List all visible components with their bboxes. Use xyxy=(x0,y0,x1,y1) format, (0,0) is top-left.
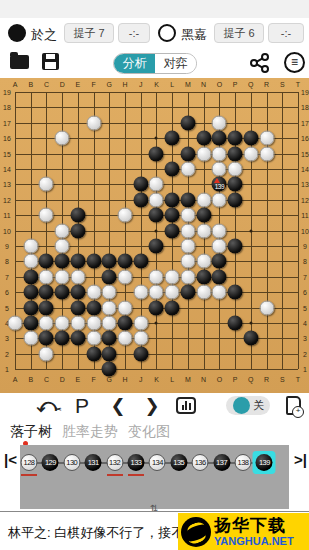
white-stone[interactable] xyxy=(86,316,101,331)
row-label-right: 1 xyxy=(303,366,307,373)
jump-first-button[interactable]: |< xyxy=(4,451,17,468)
col-label-top: S xyxy=(280,81,285,88)
black-stone[interactable] xyxy=(228,146,243,161)
col-label-top: R xyxy=(264,81,269,88)
white-stone[interactable] xyxy=(149,285,164,300)
white-stone[interactable] xyxy=(133,316,148,331)
black-stone[interactable] xyxy=(86,254,101,269)
black-stone[interactable] xyxy=(180,146,195,161)
watermark-en-text: YANGHUA.NET xyxy=(214,535,294,547)
black-stone[interactable] xyxy=(196,131,211,146)
move-node-130[interactable]: 130 xyxy=(63,454,80,471)
row-label-right: 14 xyxy=(301,166,309,173)
undo-cut-icon[interactable]: ⤺✂ xyxy=(36,393,62,418)
black-stone[interactable] xyxy=(102,362,117,377)
black-stone[interactable] xyxy=(149,208,164,223)
move-node-139[interactable]: 139 xyxy=(256,454,273,471)
row-label-right: 4 xyxy=(303,320,307,327)
black-stone[interactable] xyxy=(228,285,243,300)
tab-move-tree[interactable]: 落子树 xyxy=(10,423,52,441)
move-node-133[interactable]: 133 xyxy=(128,454,145,471)
row-label-right: 8 xyxy=(303,258,307,265)
white-stone[interactable] xyxy=(55,239,70,254)
black-captures-box: 提子 7 xyxy=(64,23,114,43)
white-stone[interactable] xyxy=(228,162,243,177)
black-stone[interactable] xyxy=(23,300,38,315)
star-point xyxy=(155,322,158,325)
row-label-right: 19 xyxy=(301,89,309,96)
white-stone[interactable] xyxy=(196,223,211,238)
row-label-right: 2 xyxy=(303,350,307,357)
row-label-left: 18 xyxy=(3,104,11,111)
black-stone[interactable] xyxy=(149,300,164,315)
black-stone[interactable] xyxy=(102,346,117,361)
black-stone[interactable] xyxy=(133,254,148,269)
black-captures-text: 提子 7 xyxy=(73,26,104,41)
black-stone[interactable] xyxy=(228,192,243,207)
row-label-right: 9 xyxy=(303,243,307,250)
black-stone[interactable] xyxy=(118,316,133,331)
row-label-left: 7 xyxy=(5,273,9,280)
black-stone[interactable] xyxy=(180,285,195,300)
col-label-bottom: F xyxy=(91,376,95,383)
last-move-number: 139 xyxy=(215,184,224,191)
black-stone[interactable] xyxy=(228,239,243,254)
row-label-left: 3 xyxy=(5,335,9,342)
col-label-bottom: L xyxy=(170,376,174,383)
row-label-right: 15 xyxy=(301,150,309,157)
black-stone[interactable] xyxy=(70,331,85,346)
black-stone[interactable] xyxy=(23,269,38,284)
black-stone[interactable] xyxy=(133,192,148,207)
black-stone[interactable] xyxy=(133,346,148,361)
white-stone[interactable] xyxy=(212,223,227,238)
col-label-bottom: B xyxy=(28,376,33,383)
white-stone[interactable] xyxy=(133,285,148,300)
row-label-left: 16 xyxy=(3,135,11,142)
row-label-left: 9 xyxy=(5,243,9,250)
move-node-138[interactable]: 138 xyxy=(235,454,252,471)
next-move-button[interactable]: ❯ xyxy=(142,393,162,418)
black-stone[interactable] xyxy=(86,346,101,361)
black-stone[interactable] xyxy=(133,177,148,192)
black-stone[interactable] xyxy=(102,254,117,269)
col-label-top: C xyxy=(44,81,49,88)
white-stone[interactable] xyxy=(180,162,195,177)
white-stone[interactable] xyxy=(39,177,54,192)
black-stone[interactable] xyxy=(102,269,117,284)
white-stone[interactable] xyxy=(149,269,164,284)
col-label-bottom: M xyxy=(185,376,191,383)
black-stone[interactable] xyxy=(70,208,85,223)
white-stone[interactable] xyxy=(180,254,195,269)
white-stone[interactable] xyxy=(243,146,258,161)
black-stone[interactable] xyxy=(180,192,195,207)
black-stone[interactable] xyxy=(118,254,133,269)
share-icon[interactable] xyxy=(250,53,270,73)
move-node-129[interactable]: 129 xyxy=(42,454,59,471)
row-label-right: 12 xyxy=(301,196,309,203)
row-label-left: 12 xyxy=(3,196,11,203)
col-label-bottom: T xyxy=(296,376,300,383)
white-captures-box: 提子 6 xyxy=(214,23,264,43)
col-label-bottom: H xyxy=(123,376,128,383)
white-stone[interactable] xyxy=(39,316,54,331)
row-label-left: 13 xyxy=(3,181,11,188)
player-bar: 於之 提子 7 -:- 黑嘉 提子 6 -:- xyxy=(0,18,309,48)
row-label-right: 18 xyxy=(301,104,309,111)
black-stone[interactable] xyxy=(55,285,70,300)
col-label-bottom: P xyxy=(233,376,238,383)
white-timer: -:- xyxy=(268,23,304,43)
move-node-131[interactable]: 131 xyxy=(85,454,102,471)
black-stone[interactable] xyxy=(55,331,70,346)
black-stone[interactable] xyxy=(212,254,227,269)
black-player-stone-icon xyxy=(8,24,26,42)
chart-icon[interactable] xyxy=(176,397,196,414)
white-stone[interactable] xyxy=(39,208,54,223)
black-stone[interactable] xyxy=(70,300,85,315)
file-toolbar: 分析 对弈 ≡ xyxy=(0,48,309,78)
col-label-top: Q xyxy=(248,81,253,88)
toggle-knob xyxy=(233,397,250,414)
row-label-left: 10 xyxy=(3,227,11,234)
white-player-stone-icon xyxy=(158,24,176,42)
white-stone[interactable] xyxy=(212,285,227,300)
row-label-right: 7 xyxy=(303,273,307,280)
row-label-left: 2 xyxy=(5,350,9,357)
bottom-tabs: 落子树 胜率走势 变化图 xyxy=(0,418,309,445)
black-stone[interactable] xyxy=(70,285,85,300)
col-label-top: A xyxy=(13,81,18,88)
col-label-top: J xyxy=(139,81,143,88)
move-annotation-underline xyxy=(107,474,123,476)
row-label-right: 11 xyxy=(301,212,308,219)
row-label-left: 1 xyxy=(5,366,9,373)
row-label-right: 13 xyxy=(301,181,309,188)
white-stone[interactable] xyxy=(180,269,195,284)
jump-last-button[interactable]: >| xyxy=(294,451,307,468)
row-label-left: 11 xyxy=(3,212,10,219)
black-timer: -:- xyxy=(118,23,150,43)
row-label-right: 10 xyxy=(301,227,309,234)
col-label-top: F xyxy=(91,81,95,88)
col-label-bottom: E xyxy=(76,376,81,383)
watermark: 扬华下载 YANGHUA.NET xyxy=(178,513,309,550)
white-stone[interactable] xyxy=(102,316,117,331)
black-stone[interactable] xyxy=(196,269,211,284)
move-node-134[interactable]: 134 xyxy=(149,454,166,471)
black-stone[interactable] xyxy=(70,254,85,269)
col-label-bottom: O xyxy=(217,376,222,383)
col-label-top: T xyxy=(296,81,300,88)
tab-winrate-trend[interactable]: 胜率走势 xyxy=(62,423,118,441)
col-label-top: L xyxy=(170,81,174,88)
white-stone[interactable] xyxy=(23,239,38,254)
move-node-132[interactable]: 132 xyxy=(106,454,123,471)
black-stone[interactable] xyxy=(165,192,180,207)
white-stone[interactable] xyxy=(118,208,133,223)
black-stone[interactable] xyxy=(23,316,38,331)
white-stone[interactable] xyxy=(212,239,227,254)
white-stone[interactable] xyxy=(23,254,38,269)
black-stone[interactable] xyxy=(165,223,180,238)
col-label-top: D xyxy=(60,81,65,88)
white-stone[interactable] xyxy=(118,331,133,346)
black-stone[interactable] xyxy=(70,223,85,238)
row-label-left: 15 xyxy=(3,150,11,157)
white-stone[interactable] xyxy=(212,146,227,161)
white-stone[interactable] xyxy=(165,285,180,300)
black-stone[interactable] xyxy=(228,131,243,146)
col-label-bottom: Q xyxy=(248,376,253,383)
black-stone[interactable] xyxy=(228,177,243,192)
white-stone[interactable] xyxy=(196,285,211,300)
col-label-top: O xyxy=(217,81,222,88)
status-bar xyxy=(0,0,309,18)
move-node-136[interactable]: 136 xyxy=(192,454,209,471)
col-label-bottom: J xyxy=(139,376,143,383)
star-point xyxy=(249,229,252,232)
white-stone[interactable] xyxy=(133,331,148,346)
row-label-left: 8 xyxy=(5,258,9,265)
go-board[interactable]: AABBCCDDEEFFGGHHJJKKLLMMNNOOPPQQRRSSTT19… xyxy=(0,78,309,393)
row-label-right: 5 xyxy=(303,304,307,311)
black-stone[interactable] xyxy=(55,254,70,269)
white-stone[interactable] xyxy=(86,285,101,300)
black-stone[interactable] xyxy=(165,162,180,177)
black-stone[interactable] xyxy=(39,254,54,269)
black-stone[interactable] xyxy=(180,115,195,130)
row-label-left: 5 xyxy=(5,304,9,311)
black-stone[interactable] xyxy=(23,285,38,300)
white-stone[interactable] xyxy=(118,269,133,284)
tab-analysis[interactable]: 分析 xyxy=(114,54,155,73)
black-stone[interactable] xyxy=(149,239,164,254)
star-point xyxy=(155,229,158,232)
black-stone[interactable] xyxy=(212,269,227,284)
analysis-toolbar: ⤺✂ P ❮ ❯ 关 xyxy=(0,393,309,418)
white-stone[interactable] xyxy=(212,162,227,177)
col-label-top: N xyxy=(201,81,206,88)
white-stone[interactable] xyxy=(196,146,211,161)
white-stone[interactable] xyxy=(180,239,195,254)
row-label-right: 6 xyxy=(303,289,307,296)
white-stone[interactable] xyxy=(39,269,54,284)
row-label-right: 3 xyxy=(303,335,307,342)
col-label-bottom: C xyxy=(44,376,49,383)
white-captures-text: 提子 6 xyxy=(223,26,254,41)
white-stone[interactable] xyxy=(102,285,117,300)
move-strip: |< >| 1281291301311321331341351361371381… xyxy=(0,445,309,509)
tab-play[interactable]: 对弈 xyxy=(155,54,196,73)
col-label-bottom: S xyxy=(280,376,285,383)
white-stone[interactable] xyxy=(196,192,211,207)
row-label-right: 17 xyxy=(301,119,309,126)
col-label-bottom: N xyxy=(201,376,206,383)
black-stone[interactable] xyxy=(149,146,164,161)
col-label-bottom: G xyxy=(107,376,112,383)
star-point xyxy=(155,137,158,140)
row-label-right: 16 xyxy=(301,135,309,142)
black-stone[interactable] xyxy=(165,208,180,223)
tab-variation-diagram[interactable]: 变化图 xyxy=(128,423,170,441)
white-stone[interactable] xyxy=(212,192,227,207)
white-stone[interactable] xyxy=(102,300,117,315)
black-stone[interactable] xyxy=(39,285,54,300)
col-label-bottom: K xyxy=(154,376,159,383)
go-app-window: 於之 提子 7 -:- 黑嘉 提子 6 -:- 分析 对弈 ≡ AABBCCDD… xyxy=(0,0,309,550)
white-stone[interactable] xyxy=(8,316,23,331)
star-point xyxy=(249,322,252,325)
watermark-cn-text: 扬华下载 xyxy=(214,516,294,535)
col-label-bottom: D xyxy=(60,376,65,383)
col-label-top: K xyxy=(154,81,159,88)
white-stone[interactable] xyxy=(86,115,101,130)
row-label-left: 6 xyxy=(5,289,9,296)
row-label-left: 17 xyxy=(3,119,11,126)
white-stone[interactable] xyxy=(23,331,38,346)
col-label-top: M xyxy=(185,81,191,88)
white-stone[interactable] xyxy=(70,269,85,284)
col-label-top: G xyxy=(107,81,112,88)
col-label-top: E xyxy=(76,81,81,88)
black-stone[interactable] xyxy=(243,131,258,146)
pass-button[interactable]: P xyxy=(72,393,92,418)
col-label-top: B xyxy=(28,81,33,88)
white-stone[interactable] xyxy=(165,269,180,284)
col-label-top: H xyxy=(123,81,128,88)
white-stone[interactable] xyxy=(55,269,70,284)
black-stone[interactable] xyxy=(212,131,227,146)
last-move-marker-icon xyxy=(214,178,220,183)
black-stone[interactable] xyxy=(102,331,117,346)
black-stone[interactable] xyxy=(86,300,101,315)
black-stone[interactable] xyxy=(39,331,54,346)
col-label-bottom: R xyxy=(264,376,269,383)
white-stone[interactable] xyxy=(55,223,70,238)
black-stone[interactable] xyxy=(165,300,180,315)
black-stone[interactable] xyxy=(165,131,180,146)
move-annotation-underline xyxy=(21,474,37,476)
white-stone[interactable] xyxy=(39,346,54,361)
menu-icon[interactable]: ≡ xyxy=(284,52,305,73)
watermark-logo-icon xyxy=(181,517,211,547)
move-node-128[interactable]: 128 xyxy=(21,454,38,471)
col-label-bottom: A xyxy=(13,376,18,383)
new-file-icon[interactable] xyxy=(286,396,301,415)
white-stone[interactable] xyxy=(55,131,70,146)
white-stone[interactable] xyxy=(149,177,164,192)
move-annotation-underline xyxy=(128,474,144,476)
white-stone[interactable] xyxy=(259,131,274,146)
white-stone[interactable] xyxy=(70,316,85,331)
col-label-top: P xyxy=(233,81,238,88)
black-stone[interactable] xyxy=(243,331,258,346)
white-player-name: 黑嘉 xyxy=(181,26,207,44)
open-folder-icon[interactable] xyxy=(10,55,29,69)
prev-move-button[interactable]: ❮ xyxy=(108,393,128,418)
white-stone[interactable] xyxy=(259,300,274,315)
toggle-label: 关 xyxy=(253,398,264,413)
black-stone[interactable] xyxy=(196,208,211,223)
white-stone[interactable] xyxy=(196,254,211,269)
save-icon[interactable] xyxy=(42,53,59,70)
white-stone[interactable] xyxy=(180,208,195,223)
row-label-left: 19 xyxy=(3,89,11,96)
white-stone[interactable] xyxy=(86,331,101,346)
black-stone[interactable] xyxy=(39,300,54,315)
black-player-name: 於之 xyxy=(31,26,57,44)
white-stone[interactable] xyxy=(149,192,164,207)
white-stone[interactable] xyxy=(118,300,133,315)
white-stone[interactable] xyxy=(259,146,274,161)
white-stone[interactable] xyxy=(212,115,227,130)
ai-toggle-switch[interactable]: 关 xyxy=(226,396,270,415)
mode-switch: 分析 对弈 xyxy=(113,53,197,74)
black-stone[interactable] xyxy=(228,316,243,331)
move-node-137[interactable]: 137 xyxy=(213,454,230,471)
move-node-135[interactable]: 135 xyxy=(170,454,187,471)
row-label-left: 14 xyxy=(3,166,11,173)
white-stone[interactable] xyxy=(180,223,195,238)
white-stone[interactable] xyxy=(55,316,70,331)
